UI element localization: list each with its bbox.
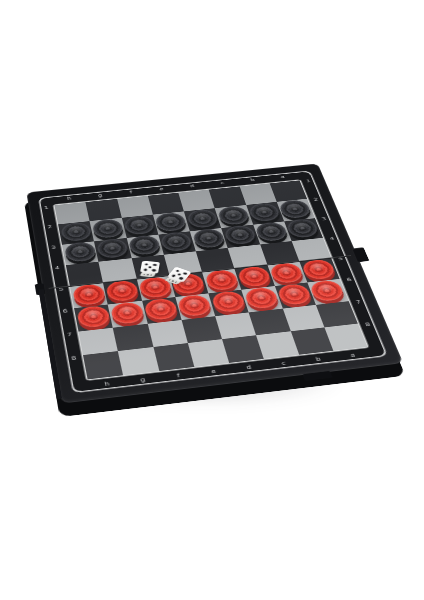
coord-label: 8 (67, 355, 85, 381)
red-checker (71, 283, 105, 306)
coord-label: 7 (62, 332, 80, 357)
red-checker (276, 283, 313, 306)
coord-label: 2 (43, 225, 59, 246)
square-a5 (299, 258, 340, 283)
square-g8 (118, 347, 159, 375)
black-checker (254, 221, 289, 242)
coord-label: h (88, 379, 125, 389)
red-checker (110, 301, 145, 325)
black-checker (191, 228, 225, 249)
coord-label: b (300, 355, 336, 364)
square-f6 (142, 297, 182, 323)
black-checker (123, 215, 156, 236)
coord-label: d (230, 363, 267, 372)
black-checker (154, 212, 187, 233)
coord-label: 6 (58, 309, 76, 333)
red-checker (236, 265, 272, 287)
black-checker (278, 199, 313, 219)
red-checker (143, 297, 179, 321)
red-checker (76, 305, 111, 329)
square-c7 (249, 308, 291, 335)
red-checker (210, 290, 246, 313)
coord-label: 5 (54, 287, 71, 311)
red-checker (268, 262, 304, 284)
red-checker (177, 294, 213, 318)
black-checker (247, 202, 281, 222)
square-g7 (113, 323, 153, 350)
square-b6 (274, 283, 315, 309)
square-g5 (103, 279, 141, 305)
square-c6 (242, 286, 283, 312)
square-e7 (181, 316, 222, 343)
coord-label: f (115, 189, 147, 196)
red-checker (105, 279, 140, 302)
square-a8 (324, 323, 367, 350)
square-h8 (83, 351, 123, 380)
square-d6 (208, 290, 248, 316)
square-f5 (136, 276, 175, 301)
square-a7 (316, 301, 358, 327)
coord-label: c (265, 359, 302, 368)
square-b8 (290, 327, 333, 355)
black-checker (96, 238, 129, 259)
square-e6 (175, 294, 215, 320)
black-checker (91, 218, 124, 239)
coord-label: e (146, 186, 178, 193)
coord-label: 7 (351, 299, 373, 323)
red-checker (243, 286, 280, 309)
black-checker (63, 241, 96, 263)
square-h7 (78, 327, 118, 355)
coord-label: g (124, 375, 161, 384)
coord-label: c (207, 180, 239, 187)
coord-label: d (176, 183, 208, 190)
square-f7 (147, 320, 187, 347)
black-checker (60, 221, 92, 242)
square-d8 (222, 335, 264, 363)
coord-label: g (84, 192, 116, 199)
coord-label: f (160, 371, 197, 380)
black-checker (216, 205, 250, 225)
product-photo: hgfedcba hgfedcba 12345678 12345678 (0, 0, 424, 600)
black-checker (160, 231, 194, 252)
square-d5 (202, 268, 242, 293)
square-b7 (282, 305, 324, 332)
black-checker (128, 234, 162, 255)
coord-label: 6 (342, 277, 364, 300)
square-a6 (307, 279, 348, 305)
red-checker (309, 279, 346, 302)
square-f8 (153, 343, 194, 371)
coord-label: 8 (360, 322, 383, 347)
red-checker (204, 269, 240, 292)
square-e8 (188, 339, 230, 367)
coord-label: 4 (50, 265, 67, 288)
black-checker (223, 224, 258, 245)
coord-label: 5 (334, 256, 355, 278)
red-checker (301, 258, 338, 280)
square-g6 (108, 301, 147, 327)
coord-label: b (237, 177, 269, 184)
coord-label: e (195, 367, 232, 376)
checkers-board: hgfedcba hgfedcba 12345678 12345678 (26, 163, 403, 403)
black-checker (285, 218, 320, 239)
coord-label: h (53, 195, 85, 202)
coord-label: a (267, 174, 298, 181)
square-h6 (74, 305, 113, 332)
coord-label: 3 (47, 245, 64, 267)
coord-label: 1 (40, 205, 56, 226)
square-c8 (256, 331, 298, 359)
coord-label: a (335, 351, 371, 360)
square-d7 (215, 312, 256, 339)
black-checker (185, 208, 219, 228)
square-h5 (70, 283, 108, 309)
